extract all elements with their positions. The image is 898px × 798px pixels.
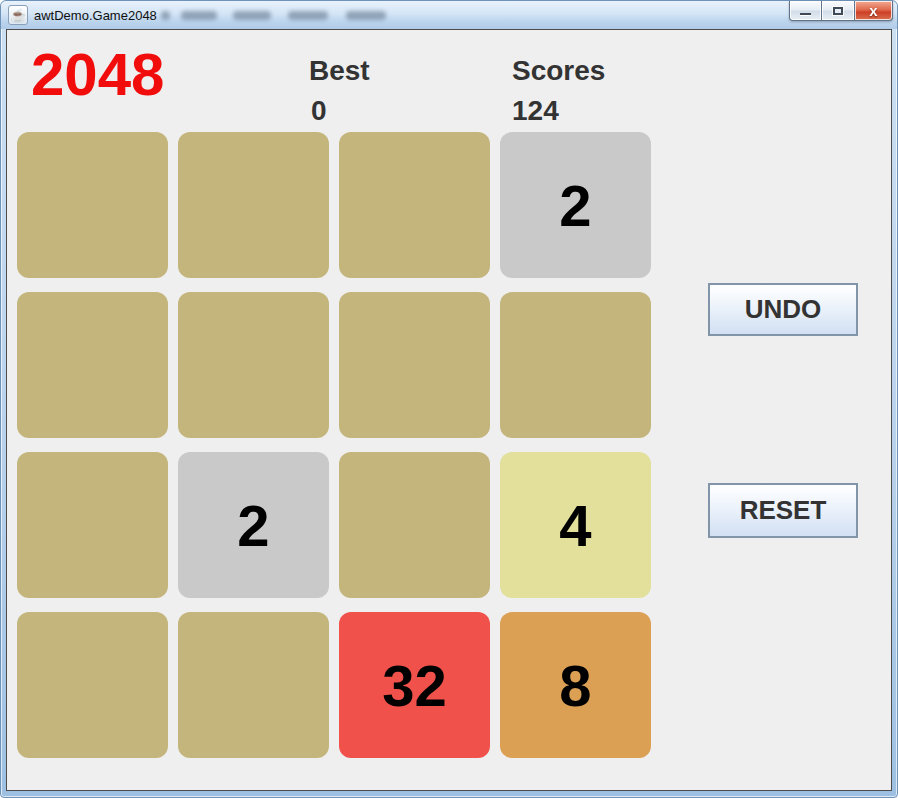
game-client-area: 2048 Best 0 Scores 124 224328 UNDO RESET [6,29,892,791]
tile-empty-r1c2 [178,132,329,278]
title-bar[interactable]: ☕ awtDemo.Game2048 x [1,1,897,29]
close-icon: x [869,3,877,18]
tile-8-r4c4: 8 [500,612,651,758]
undo-button[interactable]: UNDO [708,283,858,336]
tile-empty-r2c1 [17,292,168,438]
window-title: awtDemo.Game2048 [34,8,157,23]
redacted-text [346,11,386,20]
java-cup-icon: ☕ [10,9,26,22]
maximize-icon [833,7,843,15]
reset-button[interactable]: RESET [708,483,858,538]
scores-value: 124 [512,96,559,126]
best-label: Best [309,56,370,86]
maximize-button[interactable] [822,1,855,21]
tile-empty-r4c1 [17,612,168,758]
redacted-text [288,11,328,20]
scores-label: Scores [512,56,605,86]
redacted-text [161,11,170,20]
tile-empty-r1c3 [339,132,490,278]
tile-empty-r2c3 [339,292,490,438]
tile-empty-r4c2 [178,612,329,758]
tile-2-r1c4: 2 [500,132,651,278]
tile-empty-r2c4 [500,292,651,438]
tile-2-r3c2: 2 [178,452,329,598]
tile-32-r4c3: 32 [339,612,490,758]
tile-empty-r3c3 [339,452,490,598]
redacted-text [233,11,271,20]
tile-empty-r3c1 [17,452,168,598]
close-button[interactable]: x [855,1,893,21]
minimize-icon [800,13,811,16]
tile-empty-r2c2 [178,292,329,438]
board-grid[interactable]: 224328 [17,132,651,758]
minimize-button[interactable] [789,1,822,21]
java-app-icon[interactable]: ☕ [8,5,28,25]
app-window: ☕ awtDemo.Game2048 x 2048 Best 0 Scores … [0,0,898,798]
window-controls: x [789,1,893,22]
redacted-text [181,11,217,20]
tile-4-r3c4: 4 [500,452,651,598]
tile-empty-r1c1 [17,132,168,278]
best-value: 0 [311,96,327,126]
game-logo: 2048 [31,44,164,106]
